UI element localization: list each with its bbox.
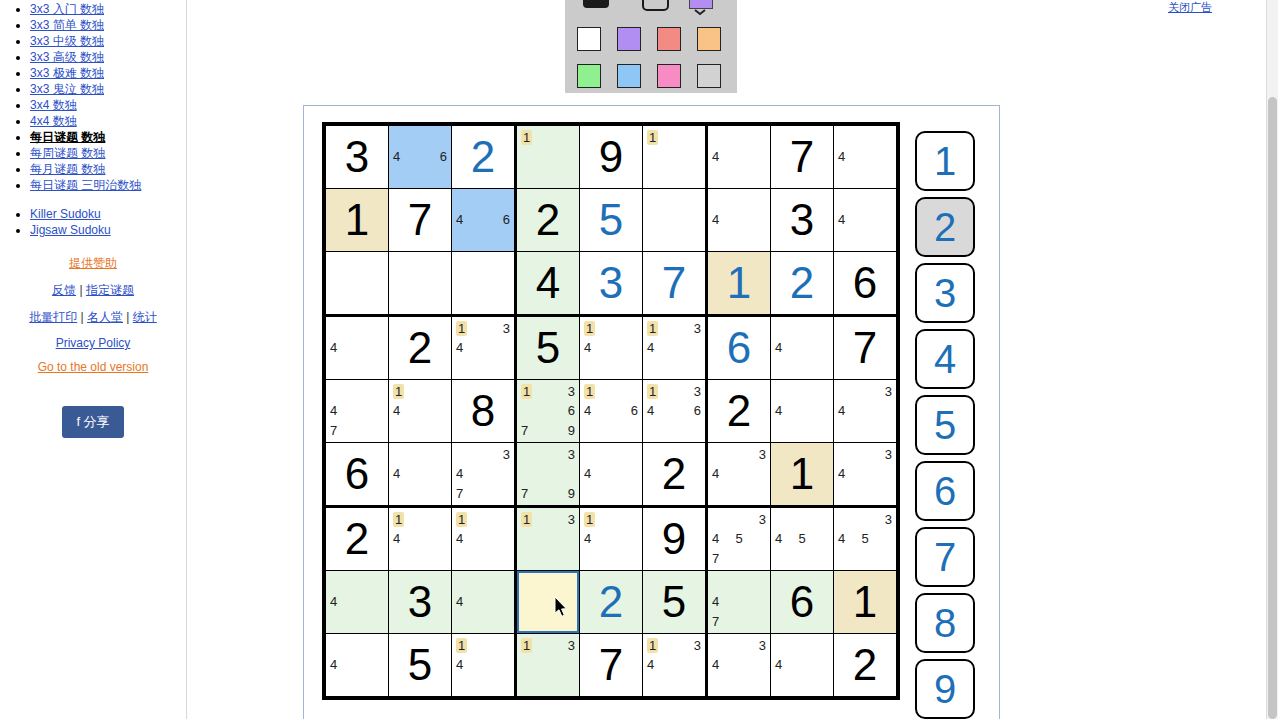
sidebar-link[interactable]: Killer Sudoku: [30, 207, 101, 221]
numpad-button-1[interactable]: 1: [915, 131, 975, 191]
given-digit: 2: [708, 380, 770, 442]
sidebar-bottom-row: 反馈 | 指定谜题: [0, 282, 186, 299]
pencil-marks: 4: [712, 191, 766, 249]
puzzle-container: 3462174619125437474434126421344714864347…: [303, 105, 1000, 719]
given-digit: 5: [517, 317, 579, 379]
entered-digit: 1: [708, 252, 770, 314]
pencil-marks: 47: [330, 382, 384, 440]
sidebar-item: Jigsaw Sudoku: [30, 222, 186, 238]
sidebar-variant-links: Killer SudokuJigsaw Sudoku: [0, 205, 186, 238]
given-digit: 4: [517, 252, 579, 314]
color-swatch[interactable]: [697, 27, 721, 51]
sidebar-item: 3x3 高级 数独: [30, 49, 186, 65]
cell-r2c7[interactable]: 4: [708, 189, 770, 251]
cell-r9c8[interactable]: 4: [771, 634, 833, 696]
pencil-marks: 47: [712, 573, 766, 631]
cell-r6c6[interactable]: 2: [643, 443, 705, 505]
cell-r8c4[interactable]: [517, 571, 579, 633]
pencil-marks: 34: [712, 636, 766, 694]
pencil-marks: 34: [712, 445, 766, 503]
cell-r3c1[interactable]: [326, 252, 388, 314]
sidebar-link[interactable]: 3x3 鬼泣 数独: [30, 82, 104, 96]
sidebar-bottom-link[interactable]: 指定谜题: [86, 283, 134, 297]
cell-r5c4[interactable]: 13679: [517, 380, 579, 442]
chevron-down-icon: [694, 9, 706, 16]
color-swatch[interactable]: [577, 64, 601, 88]
pencil-marks: 4: [584, 445, 638, 503]
cell-r3c2[interactable]: [389, 252, 451, 314]
cell-r4c9[interactable]: 7: [834, 317, 896, 379]
pencil-marks: 379: [521, 445, 575, 503]
sudoku-board: 3462174619125437474434126421344714864347…: [322, 122, 900, 700]
current-color-swatch[interactable]: [689, 0, 713, 9]
sidebar-link[interactable]: 每月谜题 数独: [30, 162, 105, 176]
sidebar-bottom-link[interactable]: 提供赞助: [69, 256, 117, 270]
cell-r2c8[interactable]: 3: [771, 189, 833, 251]
color-swatch[interactable]: [697, 64, 721, 88]
given-digit: 5: [643, 571, 705, 633]
cell-r7c5[interactable]: 14: [580, 508, 642, 570]
entered-digit: 2: [452, 126, 514, 188]
pencil-marks: 14: [584, 510, 638, 568]
sidebar-item: 3x3 中级 数独: [30, 33, 186, 49]
sidebar: 3x3 入门 数独3x3 简单 数独3x3 中级 数独3x3 高级 数独3x3 …: [0, 0, 187, 719]
cell-r9c7[interactable]: 34: [708, 634, 770, 696]
cell-r7c7[interactable]: 3457: [708, 508, 770, 570]
cell-r1c5[interactable]: 9: [580, 126, 642, 188]
color-swatch[interactable]: [577, 27, 601, 51]
cell-r3c6[interactable]: 7: [643, 252, 705, 314]
cell-r6c7[interactable]: 34: [708, 443, 770, 505]
cell-r7c2[interactable]: 14: [389, 508, 451, 570]
cell-r9c9[interactable]: 2: [834, 634, 896, 696]
numpad-button-2[interactable]: 2: [915, 197, 975, 257]
sidebar-item: 3x3 入门 数独: [30, 1, 186, 17]
cell-r6c3[interactable]: 347: [452, 443, 514, 505]
cell-r2c3[interactable]: 46: [452, 189, 514, 251]
page-scrollbar: [1266, 0, 1278, 719]
entered-digit: 2: [771, 252, 833, 314]
cell-r5c8[interactable]: 4: [771, 380, 833, 442]
cell-r4c7[interactable]: 6: [708, 317, 770, 379]
color-swatch[interactable]: [617, 27, 641, 51]
sidebar-item: 每周谜题 数独: [30, 145, 186, 161]
mouse-cursor-icon: [554, 597, 568, 618]
sidebar-link[interactable]: 每周谜题 数独: [30, 146, 105, 160]
given-digit: 1: [326, 189, 388, 251]
sidebar-item: 每日谜题 三明治数独: [30, 177, 186, 193]
cell-r1c4[interactable]: 1: [517, 126, 579, 188]
pencil-marks: 4: [775, 636, 829, 694]
given-digit: 7: [834, 317, 896, 379]
cell-r6c8[interactable]: 1: [771, 443, 833, 505]
cell-r5c1[interactable]: 47: [326, 380, 388, 442]
pencil-marks: 4: [712, 128, 766, 186]
cell-r4c3[interactable]: 134: [452, 317, 514, 379]
sidebar-bottom-row: 批量打印 | 名人堂 | 统计: [0, 309, 186, 326]
cell-r7c4[interactable]: 13: [517, 508, 579, 570]
given-digit: 7: [771, 126, 833, 188]
board-box-6: 647243434134: [708, 317, 896, 505]
pencil-marks: 4: [456, 573, 510, 631]
cell-r5c2[interactable]: 14: [389, 380, 451, 442]
sidebar-bottom-row: Privacy Policy: [0, 336, 186, 350]
cell-r8c7[interactable]: 47: [708, 571, 770, 633]
pencil-marks: 34: [838, 382, 892, 440]
cell-r5c3[interactable]: 8: [452, 380, 514, 442]
given-digit: 2: [389, 317, 451, 379]
pencil-marks: 4: [838, 191, 892, 249]
pencil-marks: 1346: [647, 382, 701, 440]
number-pad: 123456789: [915, 131, 975, 719]
sidebar-bottom-row: 提供赞助: [0, 255, 186, 272]
palette-row-1: [577, 27, 721, 51]
sidebar-link[interactable]: 每日谜题 数独: [30, 130, 105, 144]
cell-r4c5[interactable]: 14: [580, 317, 642, 379]
sidebar-link[interactable]: 3x3 中级 数独: [30, 34, 104, 48]
cell-r6c5[interactable]: 4: [580, 443, 642, 505]
sidebar-bottom-link[interactable]: 反馈: [52, 283, 76, 297]
cell-r4c6[interactable]: 134: [643, 317, 705, 379]
sidebar-bottom-row: Go to the old version: [0, 360, 186, 374]
given-digit: 1: [771, 443, 833, 505]
entered-digit: 3: [580, 252, 642, 314]
cell-r8c2[interactable]: 3: [389, 571, 451, 633]
cell-r5c9[interactable]: 34: [834, 380, 896, 442]
cell-r7c1[interactable]: 2: [326, 508, 388, 570]
sidebar-item: 4x4 数独: [30, 113, 186, 129]
pencil-marks: 46: [456, 191, 510, 249]
given-digit: 2: [834, 634, 896, 696]
pencil-marks: 14: [393, 382, 447, 440]
sidebar-link[interactable]: 每日谜题 三明治数独: [30, 178, 141, 192]
cell-r1c7[interactable]: 4: [708, 126, 770, 188]
cell-r1c8[interactable]: 7: [771, 126, 833, 188]
cell-r1c6[interactable]: 1: [643, 126, 705, 188]
board-box-8: 1314925137134: [517, 508, 705, 696]
cell-r9c5[interactable]: 7: [580, 634, 642, 696]
sidebar-link[interactable]: 3x3 入门 数独: [30, 2, 104, 16]
cell-r8c5[interactable]: 2: [580, 571, 642, 633]
cell-r8c6[interactable]: 5: [643, 571, 705, 633]
sidebar-item: Killer Sudoku: [30, 206, 186, 222]
cell-r3c9[interactable]: 6: [834, 252, 896, 314]
pencil-marks: 14: [393, 510, 447, 568]
cell-r8c8[interactable]: 6: [771, 571, 833, 633]
pencil-marks: 14: [584, 319, 638, 377]
cell-r7c8[interactable]: 45: [771, 508, 833, 570]
cell-r2c2[interactable]: 7: [389, 189, 451, 251]
cell-r2c9[interactable]: 4: [834, 189, 896, 251]
given-digit: 2: [643, 443, 705, 505]
given-digit: 2: [326, 508, 388, 570]
cell-r9c2[interactable]: 5: [389, 634, 451, 696]
given-digit: 5: [389, 634, 451, 696]
board-box-4: 421344714864347: [326, 317, 514, 505]
sidebar-bottom-link[interactable]: 统计: [133, 310, 157, 324]
cell-r9c1[interactable]: 4: [326, 634, 388, 696]
cell-r4c8[interactable]: 4: [771, 317, 833, 379]
board-box-9: 34574534547613442: [708, 508, 896, 696]
cell-r9c4[interactable]: 13: [517, 634, 579, 696]
given-digit: 6: [326, 443, 388, 505]
sidebar-link[interactable]: 3x3 简单 数独: [30, 18, 104, 32]
cell-r6c1[interactable]: 6: [326, 443, 388, 505]
cell-r8c1[interactable]: 4: [326, 571, 388, 633]
given-digit: 3: [771, 189, 833, 251]
cell-r3c8[interactable]: 2: [771, 252, 833, 314]
numpad-button-6[interactable]: 6: [915, 461, 975, 521]
board-box-5: 51413413679146134637942: [517, 317, 705, 505]
pencil-marks: 13: [521, 510, 575, 568]
pencil-marks: 4: [330, 636, 384, 694]
pencil-marks: 14: [456, 510, 510, 568]
sidebar-item: 3x3 鬼泣 数独: [30, 81, 186, 97]
sidebar-item: 每月谜题 数独: [30, 161, 186, 177]
pencil-marks: 45: [775, 510, 829, 568]
cell-r2c1[interactable]: 1: [326, 189, 388, 251]
given-digit: 3: [326, 126, 388, 188]
cell-r6c4[interactable]: 379: [517, 443, 579, 505]
sidebar-link[interactable]: 3x3 高级 数独: [30, 50, 104, 64]
frame-tool-icon[interactable]: [642, 0, 669, 11]
pencil-marks: 13: [521, 636, 575, 694]
facebook-share-button[interactable]: f 分享: [62, 406, 123, 438]
sidebar-bottom-link[interactable]: Go to the old version: [38, 360, 149, 374]
pencil-marks: 4: [330, 573, 384, 631]
cell-r5c5[interactable]: 146: [580, 380, 642, 442]
given-digit: 7: [389, 189, 451, 251]
board-box-3: 474434126: [708, 126, 896, 314]
numpad-button-5[interactable]: 5: [915, 395, 975, 455]
entered-digit: 7: [643, 252, 705, 314]
board-box-1: 34621746: [326, 126, 514, 314]
cell-r1c2[interactable]: 46: [389, 126, 451, 188]
sidebar-bottom-link[interactable]: 名人堂: [87, 310, 123, 324]
sidebar-item: 3x3 简单 数独: [30, 17, 186, 33]
sidebar-link[interactable]: 4x4 数独: [30, 114, 77, 128]
pen-tool-icon[interactable]: [583, 0, 609, 8]
numpad-button-8[interactable]: 8: [915, 593, 975, 653]
cell-r7c9[interactable]: 345: [834, 508, 896, 570]
pencil-marks: 13679: [521, 382, 575, 440]
pencil-marks: 4: [775, 382, 829, 440]
sidebar-link[interactable]: 3x4 数独: [30, 98, 77, 112]
numpad-button-9[interactable]: 9: [915, 659, 975, 719]
given-digit: 9: [580, 126, 642, 188]
sidebar-bottom-link[interactable]: Privacy Policy: [56, 336, 131, 350]
pencil-marks: 134: [456, 319, 510, 377]
pencil-marks: 1: [647, 128, 701, 186]
cell-r1c3[interactable]: 2: [452, 126, 514, 188]
given-digit: 6: [771, 571, 833, 633]
given-digit: 2: [517, 189, 579, 251]
cell-r3c4[interactable]: 4: [517, 252, 579, 314]
given-digit: 1: [834, 571, 896, 633]
close-ad-link[interactable]: 关闭广告: [1168, 0, 1212, 15]
cell-r6c2[interactable]: 4: [389, 443, 451, 505]
pencil-marks: 4: [775, 319, 829, 377]
entered-digit: 5: [580, 189, 642, 251]
given-digit: 3: [389, 571, 451, 633]
sidebar-item: 每日谜题 数独: [30, 129, 186, 145]
scrollbar-thumb[interactable]: [1268, 97, 1277, 719]
cell-r2c5[interactable]: 5: [580, 189, 642, 251]
cell-r1c1[interactable]: 3: [326, 126, 388, 188]
given-digit: 7: [580, 634, 642, 696]
pencil-marks: 134: [647, 319, 701, 377]
color-swatch[interactable]: [657, 27, 681, 51]
board-box-7: 214144344514: [326, 508, 514, 696]
color-palette-panel: [565, 0, 737, 93]
color-swatch[interactable]: [657, 64, 681, 88]
given-digit: 9: [643, 508, 705, 570]
numpad-button-4[interactable]: 4: [915, 329, 975, 389]
cell-r9c6[interactable]: 134: [643, 634, 705, 696]
sidebar-bottom-links: 提供赞助反馈 | 指定谜题批量打印 | 名人堂 | 统计Privacy Poli…: [0, 255, 186, 374]
cell-r3c3[interactable]: [452, 252, 514, 314]
pencil-marks: 134: [647, 636, 701, 694]
pencil-marks: 345: [838, 510, 892, 568]
pencil-marks: 4: [838, 128, 892, 186]
cell-r2c4[interactable]: 2: [517, 189, 579, 251]
cell-r4c4[interactable]: 5: [517, 317, 579, 379]
cell-r7c3[interactable]: 14: [452, 508, 514, 570]
cell-r3c7[interactable]: 1: [708, 252, 770, 314]
numpad-button-7[interactable]: 7: [915, 527, 975, 587]
cell-r4c1[interactable]: 4: [326, 317, 388, 379]
pencil-marks: 347: [456, 445, 510, 503]
pencil-marks: 46: [393, 128, 447, 186]
sidebar-item: 3x4 数独: [30, 97, 186, 113]
cell-r4c2[interactable]: 2: [389, 317, 451, 379]
sidebar-link[interactable]: Jigsaw Sudoku: [30, 223, 111, 237]
cell-r8c9[interactable]: 1: [834, 571, 896, 633]
numpad-button-3[interactable]: 3: [915, 263, 975, 323]
entered-digit: 6: [708, 317, 770, 379]
cell-r8c3[interactable]: 4: [452, 571, 514, 633]
given-digit: 8: [452, 380, 514, 442]
given-digit: 6: [834, 252, 896, 314]
board-box-2: 19125437: [517, 126, 705, 314]
cell-r7c6[interactable]: 9: [643, 508, 705, 570]
pencil-marks: 14: [456, 636, 510, 694]
cell-r2c6[interactable]: [643, 189, 705, 251]
palette-row-2: [577, 64, 721, 88]
entered-digit: 2: [580, 571, 642, 633]
sidebar-link[interactable]: 3x3 极难 数独: [30, 66, 104, 80]
pencil-marks: 4: [393, 445, 447, 503]
pencil-marks: 34: [838, 445, 892, 503]
cell-r1c9[interactable]: 4: [834, 126, 896, 188]
pencil-marks: 3457: [712, 510, 766, 568]
sidebar-bottom-link[interactable]: 批量打印: [29, 310, 77, 324]
cell-r5c7[interactable]: 2: [708, 380, 770, 442]
color-swatch[interactable]: [617, 64, 641, 88]
sidebar-puzzle-links: 3x3 入门 数独3x3 简单 数独3x3 中级 数独3x3 高级 数独3x3 …: [0, 0, 186, 193]
cell-r6c9[interactable]: 34: [834, 443, 896, 505]
pencil-marks: 1: [521, 128, 575, 186]
cell-r9c3[interactable]: 14: [452, 634, 514, 696]
pencil-marks: 146: [584, 382, 638, 440]
pencil-marks: 4: [330, 319, 384, 377]
cell-r5c6[interactable]: 1346: [643, 380, 705, 442]
sidebar-item: 3x3 极难 数独: [30, 65, 186, 81]
cell-r3c5[interactable]: 3: [580, 252, 642, 314]
